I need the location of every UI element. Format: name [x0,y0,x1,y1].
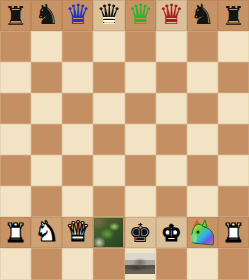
square-f8[interactable] [156,31,187,62]
piece-striped-queen: ♛ [96,1,121,29]
square-g5[interactable] [187,124,218,155]
green-foliage-photo [94,218,123,247]
unicorn-muzzle [191,234,197,243]
piece-black-rook: ♜ [4,3,27,29]
square-g3[interactable] [187,186,218,217]
square-f4[interactable] [156,155,187,186]
square-a4[interactable] [0,155,31,186]
square-g8[interactable] [187,31,218,62]
piece-white-rook: ♜ [222,220,245,246]
square-h6[interactable] [218,93,249,124]
piece-black-knight: ♞ [190,1,215,29]
square-e2[interactable]: ♚ [125,217,156,248]
square-f7[interactable] [156,62,187,93]
square-a5[interactable] [0,124,31,155]
square-g7[interactable] [187,62,218,93]
square-h7[interactable] [218,62,249,93]
square-b9[interactable]: ♞ [31,0,62,31]
square-g6[interactable] [187,93,218,124]
square-f1[interactable] [156,248,187,280]
square-c7[interactable] [62,62,93,93]
square-e5[interactable] [125,124,156,155]
square-b3[interactable] [31,186,62,217]
piece-black-king: ♚ [128,220,151,246]
square-b2[interactable]: ♞ [31,217,62,248]
square-c2[interactable]: ♛ [62,217,93,248]
square-h1[interactable] [218,248,249,280]
square-c5[interactable] [62,124,93,155]
square-h8[interactable] [218,31,249,62]
piece-white-queen: ♛ [65,218,90,246]
square-c1[interactable] [62,248,93,280]
square-c9[interactable]: ♛ [62,0,93,31]
square-e1[interactable] [125,248,156,280]
square-f9[interactable]: ♛ [156,0,187,31]
square-c3[interactable] [62,186,93,217]
square-a7[interactable] [0,62,31,93]
unicorn-ear [202,220,207,227]
square-e9[interactable]: ♛ [125,0,156,31]
square-b8[interactable] [31,31,62,62]
square-g9[interactable]: ♞ [187,0,218,31]
square-f6[interactable] [156,93,187,124]
square-h2[interactable]: ♜ [218,217,249,248]
piece-white-knight: ♞ [34,218,59,246]
castle-photo [125,253,155,274]
square-d2[interactable] [93,217,124,248]
piece-black-knight: ♞ [34,1,59,29]
square-a9[interactable]: ♜ [0,0,31,31]
square-c6[interactable] [62,93,93,124]
piece-black-rook: ♜ [222,3,245,29]
square-f5[interactable] [156,124,187,155]
square-e3[interactable] [125,186,156,217]
square-d4[interactable] [93,155,124,186]
square-e4[interactable] [125,155,156,186]
square-d1[interactable] [93,248,124,280]
square-a3[interactable] [0,186,31,217]
square-d9[interactable]: ♛ [93,0,124,31]
square-a6[interactable] [0,93,31,124]
square-e7[interactable] [125,62,156,93]
square-c8[interactable] [62,31,93,62]
square-a8[interactable] [0,31,31,62]
square-b6[interactable] [31,93,62,124]
square-d8[interactable] [93,31,124,62]
square-e8[interactable] [125,31,156,62]
square-g2[interactable] [187,217,218,248]
square-c4[interactable] [62,155,93,186]
piece-red-queen: ♛ [159,1,184,29]
square-b4[interactable] [31,155,62,186]
square-f3[interactable] [156,186,187,217]
square-a1[interactable] [0,248,31,280]
square-b1[interactable] [31,248,62,280]
square-d3[interactable] [93,186,124,217]
square-h5[interactable] [218,124,249,155]
square-g1[interactable] [187,248,218,280]
square-h3[interactable] [218,186,249,217]
square-e6[interactable] [125,93,156,124]
square-b5[interactable] [31,124,62,155]
square-b7[interactable] [31,62,62,93]
piece-blue-queen: ♛ [65,1,90,29]
square-a2[interactable]: ♜ [0,217,31,248]
piece-green-queen: ♛ [128,1,153,29]
square-f2[interactable]: ♚ [156,217,187,248]
unicorn-eye [196,231,199,234]
square-h4[interactable] [218,155,249,186]
square-d6[interactable] [93,93,124,124]
square-d5[interactable] [93,124,124,155]
square-h9[interactable]: ♜ [218,0,249,31]
piece-white-king: ♚ [161,222,182,245]
rainbow-unicorn-icon [188,218,217,247]
square-g4[interactable] [187,155,218,186]
chess-board: ♜♞♛♛♛♛♞♜♜♞♛♚♚♜ [0,0,249,280]
square-d7[interactable] [93,62,124,93]
piece-white-rook: ♜ [4,220,27,246]
